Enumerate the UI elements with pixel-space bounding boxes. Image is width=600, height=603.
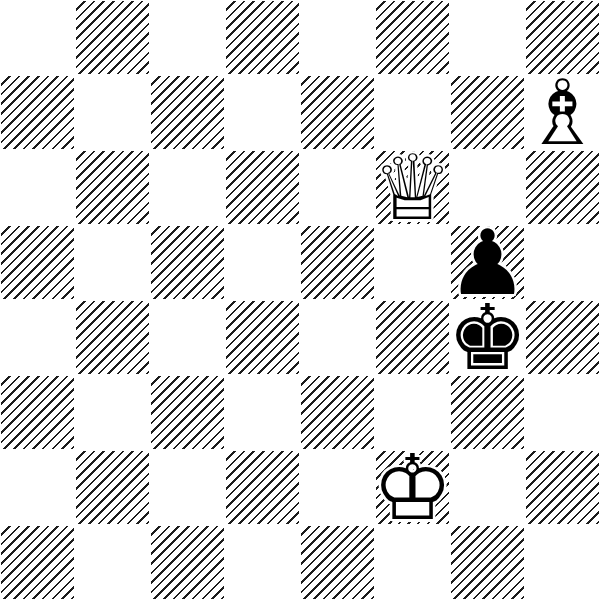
black-king-g4: ♚ [450,300,525,375]
square-c6[interactable] [150,150,225,225]
square-e8[interactable] [300,0,375,75]
square-c7[interactable] [150,75,225,150]
square-b8[interactable] [75,0,150,75]
square-d5[interactable] [225,225,300,300]
square-e1[interactable] [300,525,375,600]
square-a2[interactable] [0,450,75,525]
square-g4[interactable]: ♚♚ [450,300,525,375]
white-bishop-h7: ♗ [525,75,600,150]
square-d6[interactable] [225,150,300,225]
square-e7[interactable] [300,75,375,150]
square-h3[interactable] [525,375,600,450]
square-d3[interactable] [225,375,300,450]
square-b3[interactable] [75,375,150,450]
square-c8[interactable] [150,0,225,75]
square-d8[interactable] [225,0,300,75]
black-king-backfill: ♚ [450,300,525,375]
black-pawn-backfill: ♟ [450,225,525,300]
square-a5[interactable] [0,225,75,300]
square-a1[interactable] [0,525,75,600]
square-d1[interactable] [225,525,300,600]
square-f8[interactable] [375,0,450,75]
square-a4[interactable] [0,300,75,375]
black-pawn-g5: ♟ [450,225,525,300]
square-e6[interactable] [300,150,375,225]
square-c5[interactable] [150,225,225,300]
square-c2[interactable] [150,450,225,525]
white-king-f2: ♔ [375,450,450,525]
chess-board: ♝♗♛♕♟♟♚♚♚♔ [0,0,600,600]
square-a7[interactable] [0,75,75,150]
square-e2[interactable] [300,450,375,525]
square-d2[interactable] [225,450,300,525]
chess-diagram: ♝♗♛♕♟♟♚♚♚♔ [0,0,600,603]
square-g6[interactable] [450,150,525,225]
square-h6[interactable] [525,150,600,225]
square-g3[interactable] [450,375,525,450]
square-f7[interactable] [375,75,450,150]
square-g2[interactable] [450,450,525,525]
square-h8[interactable] [525,0,600,75]
square-g8[interactable] [450,0,525,75]
square-h1[interactable] [525,525,600,600]
square-c1[interactable] [150,525,225,600]
square-h4[interactable] [525,300,600,375]
white-queen-backfill: ♛ [375,150,450,225]
square-g7[interactable] [450,75,525,150]
white-bishop-backfill: ♝ [525,75,600,150]
square-c3[interactable] [150,375,225,450]
white-queen-f6: ♕ [375,150,450,225]
square-e4[interactable] [300,300,375,375]
square-b1[interactable] [75,525,150,600]
square-a3[interactable] [0,375,75,450]
square-f1[interactable] [375,525,450,600]
square-f3[interactable] [375,375,450,450]
square-f4[interactable] [375,300,450,375]
square-c4[interactable] [150,300,225,375]
square-b4[interactable] [75,300,150,375]
square-h7[interactable]: ♝♗ [525,75,600,150]
square-e3[interactable] [300,375,375,450]
square-d7[interactable] [225,75,300,150]
square-a8[interactable] [0,0,75,75]
square-h2[interactable] [525,450,600,525]
square-b2[interactable] [75,450,150,525]
square-h5[interactable] [525,225,600,300]
white-king-backfill: ♚ [375,450,450,525]
square-a6[interactable] [0,150,75,225]
square-f2[interactable]: ♚♔ [375,450,450,525]
square-b6[interactable] [75,150,150,225]
square-g1[interactable] [450,525,525,600]
square-b5[interactable] [75,225,150,300]
square-f5[interactable] [375,225,450,300]
square-e5[interactable] [300,225,375,300]
square-d4[interactable] [225,300,300,375]
square-g5[interactable]: ♟♟ [450,225,525,300]
square-b7[interactable] [75,75,150,150]
square-f6[interactable]: ♛♕ [375,150,450,225]
